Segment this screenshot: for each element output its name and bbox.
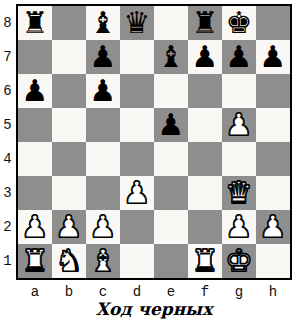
- piece-white-pawn: ♟: [222, 210, 256, 244]
- square-h1[interactable]: [256, 244, 290, 278]
- square-f8[interactable]: ♜: [188, 6, 222, 40]
- rank-labels: 87654321: [0, 6, 15, 278]
- square-g1[interactable]: ♚: [222, 244, 256, 278]
- rank-label-5: 5: [0, 108, 15, 142]
- square-e7[interactable]: ♝: [154, 40, 188, 74]
- square-g6[interactable]: [222, 74, 256, 108]
- file-labels: abcdefgh: [18, 284, 290, 300]
- square-c6[interactable]: ♟: [86, 74, 120, 108]
- square-c4[interactable]: [86, 142, 120, 176]
- square-b7[interactable]: [52, 40, 86, 74]
- square-b6[interactable]: [52, 74, 86, 108]
- square-h4[interactable]: [256, 142, 290, 176]
- piece-white-pawn: ♟: [222, 108, 256, 142]
- square-d2[interactable]: [120, 210, 154, 244]
- square-e5[interactable]: ♟: [154, 108, 188, 142]
- square-g7[interactable]: ♟: [222, 40, 256, 74]
- piece-white-pawn: ♟: [18, 210, 52, 244]
- rank-label-4: 4: [0, 142, 15, 176]
- square-h7[interactable]: ♟: [256, 40, 290, 74]
- piece-white-knight: ♞: [52, 244, 86, 278]
- square-d8[interactable]: ♛: [120, 6, 154, 40]
- file-label-f: f: [188, 284, 222, 300]
- square-a6[interactable]: ♟: [18, 74, 52, 108]
- piece-white-pawn: ♟: [120, 176, 154, 210]
- piece-black-pawn: ♟: [222, 40, 256, 74]
- piece-black-bishop: ♝: [86, 6, 120, 40]
- square-g4[interactable]: [222, 142, 256, 176]
- square-f5[interactable]: [188, 108, 222, 142]
- rank-label-6: 6: [0, 74, 15, 108]
- square-h8[interactable]: [256, 6, 290, 40]
- file-label-h: h: [256, 284, 290, 300]
- piece-black-king: ♚: [222, 6, 256, 40]
- piece-white-pawn: ♟: [86, 210, 120, 244]
- square-d1[interactable]: [120, 244, 154, 278]
- piece-white-pawn: ♟: [256, 210, 290, 244]
- square-c1[interactable]: ♝: [86, 244, 120, 278]
- chess-diagram: 87654321 ♜♝♛♜♚♟♝♟♟♟♟♟♟♟♟♛♟♟♟♟♟♜♞♝♜♚ abcd…: [0, 0, 302, 320]
- piece-black-pawn: ♟: [86, 74, 120, 108]
- square-a5[interactable]: [18, 108, 52, 142]
- square-c8[interactable]: ♝: [86, 6, 120, 40]
- square-g8[interactable]: ♚: [222, 6, 256, 40]
- square-a7[interactable]: [18, 40, 52, 74]
- square-c2[interactable]: ♟: [86, 210, 120, 244]
- piece-black-rook: ♜: [18, 6, 52, 40]
- square-d7[interactable]: [120, 40, 154, 74]
- piece-black-pawn: ♟: [154, 108, 188, 142]
- board-frame: ♜♝♛♜♚♟♝♟♟♟♟♟♟♟♟♛♟♟♟♟♟♜♞♝♜♚: [16, 4, 292, 280]
- file-label-c: c: [86, 284, 120, 300]
- move-indicator-caption: Ход черных: [18, 299, 290, 319]
- piece-white-queen: ♛: [222, 176, 256, 210]
- square-f2[interactable]: [188, 210, 222, 244]
- square-a8[interactable]: ♜: [18, 6, 52, 40]
- square-b1[interactable]: ♞: [52, 244, 86, 278]
- piece-black-pawn: ♟: [188, 40, 222, 74]
- square-c7[interactable]: ♟: [86, 40, 120, 74]
- file-label-g: g: [222, 284, 256, 300]
- chess-board: ♜♝♛♜♚♟♝♟♟♟♟♟♟♟♟♛♟♟♟♟♟♜♞♝♜♚: [18, 6, 290, 278]
- piece-white-bishop: ♝: [86, 244, 120, 278]
- rank-label-7: 7: [0, 40, 15, 74]
- square-b3[interactable]: [52, 176, 86, 210]
- square-c3[interactable]: [86, 176, 120, 210]
- square-f6[interactable]: [188, 74, 222, 108]
- square-f3[interactable]: [188, 176, 222, 210]
- piece-white-king: ♚: [222, 244, 256, 278]
- square-e6[interactable]: [154, 74, 188, 108]
- square-h2[interactable]: ♟: [256, 210, 290, 244]
- square-b4[interactable]: [52, 142, 86, 176]
- square-f1[interactable]: ♜: [188, 244, 222, 278]
- square-f4[interactable]: [188, 142, 222, 176]
- square-e3[interactable]: [154, 176, 188, 210]
- piece-white-rook: ♜: [18, 244, 52, 278]
- piece-black-pawn: ♟: [256, 40, 290, 74]
- piece-black-queen: ♛: [120, 6, 154, 40]
- square-b5[interactable]: [52, 108, 86, 142]
- rank-label-1: 1: [0, 244, 15, 278]
- square-e4[interactable]: [154, 142, 188, 176]
- piece-white-pawn: ♟: [52, 210, 86, 244]
- rank-label-8: 8: [0, 6, 15, 40]
- square-a2[interactable]: ♟: [18, 210, 52, 244]
- square-e2[interactable]: [154, 210, 188, 244]
- square-b2[interactable]: ♟: [52, 210, 86, 244]
- file-label-b: b: [52, 284, 86, 300]
- square-d5[interactable]: [120, 108, 154, 142]
- piece-black-bishop: ♝: [154, 40, 188, 74]
- square-d4[interactable]: [120, 142, 154, 176]
- file-label-a: a: [18, 284, 52, 300]
- file-label-d: d: [120, 284, 154, 300]
- piece-white-rook: ♜: [188, 244, 222, 278]
- square-d3[interactable]: ♟: [120, 176, 154, 210]
- square-g5[interactable]: ♟: [222, 108, 256, 142]
- square-b8[interactable]: [52, 6, 86, 40]
- piece-black-pawn: ♟: [18, 74, 52, 108]
- square-e1[interactable]: [154, 244, 188, 278]
- piece-black-rook: ♜: [188, 6, 222, 40]
- square-e8[interactable]: [154, 6, 188, 40]
- square-a4[interactable]: [18, 142, 52, 176]
- square-g2[interactable]: ♟: [222, 210, 256, 244]
- square-h3[interactable]: [256, 176, 290, 210]
- square-f7[interactable]: ♟: [188, 40, 222, 74]
- rank-label-3: 3: [0, 176, 15, 210]
- square-h6[interactable]: [256, 74, 290, 108]
- square-h5[interactable]: [256, 108, 290, 142]
- square-g3[interactable]: ♛: [222, 176, 256, 210]
- file-label-e: e: [154, 284, 188, 300]
- square-a1[interactable]: ♜: [18, 244, 52, 278]
- square-a3[interactable]: [18, 176, 52, 210]
- square-c5[interactable]: [86, 108, 120, 142]
- piece-black-pawn: ♟: [86, 40, 120, 74]
- rank-label-2: 2: [0, 210, 15, 244]
- square-d6[interactable]: [120, 74, 154, 108]
